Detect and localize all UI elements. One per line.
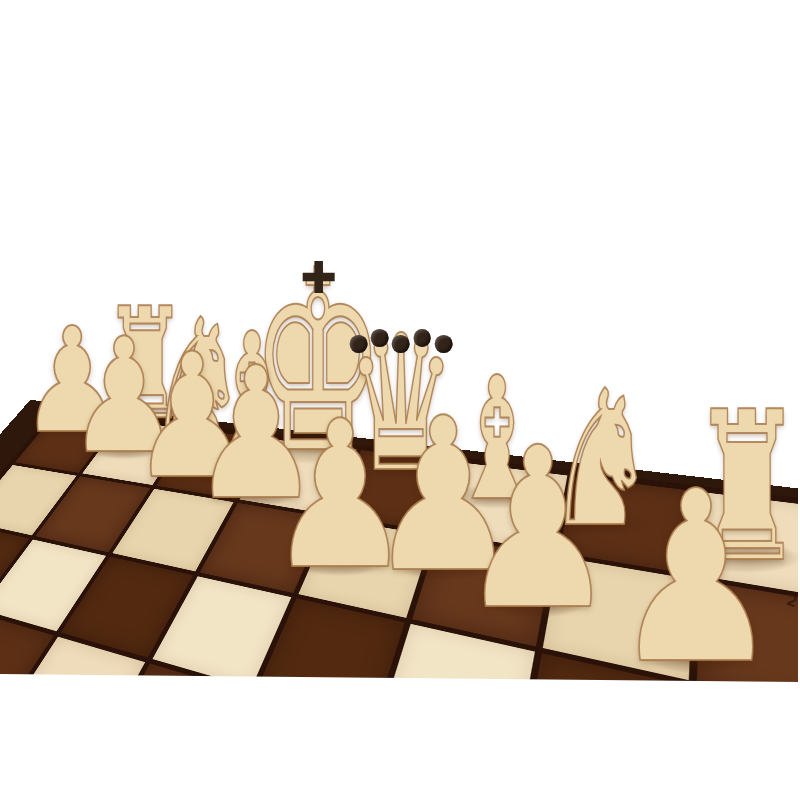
queen-crown-ball-icon: [392, 335, 410, 353]
pawn-glyph: ♟: [458, 418, 617, 640]
pawn-glyph: ♟: [611, 460, 781, 697]
king-dark-cross-finial-icon: ✚: [301, 256, 338, 300]
queen-crown-ball-icon: [350, 335, 368, 353]
queen-crown-ball-icon: [371, 329, 389, 347]
queen-dark-crown-balls: [350, 335, 453, 353]
product-photo: 2 3 ♜♞♝♚✚♛♝♞♜♟♟♟♟♟♟♟♟: [0, 0, 800, 800]
queen-crown-ball-icon: [413, 329, 431, 347]
